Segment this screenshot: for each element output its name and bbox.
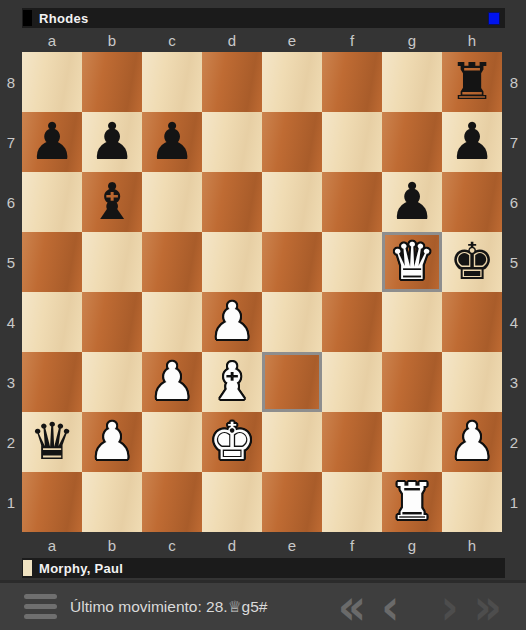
square-c8[interactable] — [142, 52, 202, 112]
square-e7[interactable] — [262, 112, 322, 172]
rank-label-3: 3 — [0, 352, 22, 412]
piece-black-king[interactable]: ♚ — [449, 232, 495, 292]
rank-label-2: 2 — [502, 412, 526, 472]
square-g5[interactable]: ♛ — [382, 232, 442, 292]
square-d1[interactable] — [202, 472, 262, 532]
piece-white-queen[interactable]: ♛ — [389, 232, 435, 292]
piece-black-rook[interactable]: ♜ — [449, 52, 495, 112]
square-e8[interactable] — [262, 52, 322, 112]
square-b6[interactable]: ♝ — [82, 172, 142, 232]
square-a6[interactable] — [22, 172, 82, 232]
square-g7[interactable] — [382, 112, 442, 172]
square-a1[interactable] — [22, 472, 82, 532]
square-c5[interactable] — [142, 232, 202, 292]
status-bar: Último movimiento: 28.♕g5# «‹›» — [0, 580, 526, 630]
file-label-h: h — [442, 532, 502, 558]
square-a7[interactable]: ♟ — [22, 112, 82, 172]
file-label-a: a — [22, 28, 82, 52]
square-f5[interactable] — [322, 232, 382, 292]
square-c3[interactable]: ♟ — [142, 352, 202, 412]
square-b8[interactable] — [82, 52, 142, 112]
piece-white-pawn[interactable]: ♟ — [209, 292, 255, 352]
square-c6[interactable] — [142, 172, 202, 232]
square-a4[interactable] — [22, 292, 82, 352]
rank-label-7: 7 — [502, 112, 526, 172]
piece-white-king[interactable]: ♚ — [209, 412, 255, 472]
rank-label-4: 4 — [0, 292, 22, 352]
square-g3[interactable] — [382, 352, 442, 412]
black-player-color-marker — [23, 10, 32, 26]
square-f6[interactable] — [322, 172, 382, 232]
rank-label-5: 5 — [0, 232, 22, 292]
square-e2[interactable] — [262, 412, 322, 472]
go-first-button[interactable]: « — [338, 580, 366, 630]
square-g2[interactable] — [382, 412, 442, 472]
square-g8[interactable] — [382, 52, 442, 112]
square-d8[interactable] — [202, 52, 262, 112]
piece-black-pawn[interactable]: ♟ — [389, 172, 435, 232]
square-f7[interactable] — [322, 112, 382, 172]
last-move-label: Último movimiento: 28.♕g5# — [70, 598, 267, 616]
white-player-color-marker — [23, 560, 32, 576]
square-f1[interactable] — [322, 472, 382, 532]
square-b3[interactable] — [82, 352, 142, 412]
square-h4[interactable] — [442, 292, 502, 352]
square-g6[interactable]: ♟ — [382, 172, 442, 232]
square-h6[interactable] — [442, 172, 502, 232]
square-c2[interactable] — [142, 412, 202, 472]
square-f4[interactable] — [322, 292, 382, 352]
piece-black-pawn[interactable]: ♟ — [89, 112, 135, 172]
square-f2[interactable] — [322, 412, 382, 472]
square-d5[interactable] — [202, 232, 262, 292]
go-last-button: » — [474, 580, 502, 630]
rank-label-3: 3 — [502, 352, 526, 412]
square-d2[interactable]: ♚ — [202, 412, 262, 472]
rank-label-4: 4 — [502, 292, 526, 352]
square-h8[interactable]: ♜ — [442, 52, 502, 112]
square-b2[interactable]: ♟ — [82, 412, 142, 472]
square-d3[interactable]: ♝ — [202, 352, 262, 412]
move-navigation: «‹›» — [338, 584, 502, 630]
square-b7[interactable]: ♟ — [82, 112, 142, 172]
square-a2[interactable]: ♛ — [22, 412, 82, 472]
square-h7[interactable]: ♟ — [442, 112, 502, 172]
file-label-h: h — [442, 28, 502, 52]
rank-label-6: 6 — [502, 172, 526, 232]
file-label-c: c — [142, 28, 202, 52]
rank-label-8: 8 — [502, 52, 526, 112]
menu-icon-bar — [24, 614, 57, 619]
piece-black-pawn[interactable]: ♟ — [449, 112, 495, 172]
rank-label-6: 6 — [0, 172, 22, 232]
square-h3[interactable] — [442, 352, 502, 412]
square-b5[interactable] — [82, 232, 142, 292]
file-label-c: c — [142, 532, 202, 558]
square-f8[interactable] — [322, 52, 382, 112]
piece-white-rook[interactable]: ♜ — [389, 472, 435, 532]
rank-labels-left: 87654321 — [0, 52, 22, 532]
chess-app-window: Rhodes abcdefgh 87654321 ♜♟♟♟♟♝♟♛♚♟♟♝♛♟♚… — [0, 0, 526, 630]
square-e5[interactable] — [262, 232, 322, 292]
black-player-name: Rhodes — [39, 11, 88, 26]
white-player-bar: Morphy, Paul — [22, 558, 505, 578]
square-e3[interactable] — [262, 352, 322, 412]
rank-label-7: 7 — [0, 112, 22, 172]
file-labels-bottom: abcdefgh — [22, 532, 502, 558]
black-player-bar: Rhodes — [22, 8, 505, 28]
square-h2[interactable]: ♟ — [442, 412, 502, 472]
square-e6[interactable] — [262, 172, 322, 232]
file-label-b: b — [82, 532, 142, 558]
file-label-e: e — [262, 532, 322, 558]
rank-label-2: 2 — [0, 412, 22, 472]
white-player-name: Morphy, Paul — [39, 561, 123, 576]
square-c1[interactable] — [142, 472, 202, 532]
file-label-f: f — [322, 532, 382, 558]
file-label-b: b — [82, 28, 142, 52]
file-label-g: g — [382, 532, 442, 558]
rank-labels-right: 87654321 — [502, 52, 526, 532]
square-c7[interactable]: ♟ — [142, 112, 202, 172]
square-h5[interactable]: ♚ — [442, 232, 502, 292]
menu-icon[interactable] — [24, 592, 57, 622]
square-d6[interactable] — [202, 172, 262, 232]
go-next-button: › — [440, 580, 458, 630]
piece-white-pawn[interactable]: ♟ — [89, 412, 135, 472]
square-b1[interactable] — [82, 472, 142, 532]
file-label-d: d — [202, 28, 262, 52]
file-labels-top: abcdefgh — [22, 28, 502, 52]
file-label-d: d — [202, 532, 262, 558]
piece-black-bishop[interactable]: ♝ — [89, 172, 135, 232]
square-e4[interactable] — [262, 292, 322, 352]
rank-label-1: 1 — [502, 472, 526, 532]
square-e1[interactable] — [262, 472, 322, 532]
file-label-a: a — [22, 532, 82, 558]
rank-label-8: 8 — [0, 52, 22, 112]
square-g4[interactable] — [382, 292, 442, 352]
piece-white-pawn[interactable]: ♟ — [149, 352, 195, 412]
square-d7[interactable] — [202, 112, 262, 172]
piece-black-pawn[interactable]: ♟ — [29, 112, 75, 172]
file-label-e: e — [262, 28, 322, 52]
square-c4[interactable] — [142, 292, 202, 352]
menu-icon-bar — [24, 604, 57, 609]
square-d4[interactable]: ♟ — [202, 292, 262, 352]
file-label-g: g — [382, 28, 442, 52]
blue-square-icon — [488, 12, 500, 25]
piece-black-pawn[interactable]: ♟ — [149, 112, 195, 172]
square-a8[interactable] — [22, 52, 82, 112]
rank-label-1: 1 — [0, 472, 22, 532]
go-previous-button[interactable]: ‹ — [381, 580, 399, 630]
square-a5[interactable] — [22, 232, 82, 292]
menu-icon-bar — [24, 594, 57, 599]
piece-black-queen[interactable]: ♛ — [29, 412, 75, 472]
square-a3[interactable] — [22, 352, 82, 412]
file-label-f: f — [322, 28, 382, 52]
square-b4[interactable] — [82, 292, 142, 352]
square-f3[interactable] — [322, 352, 382, 412]
chess-board: ♜♟♟♟♟♝♟♛♚♟♟♝♛♟♚♟♜ — [22, 52, 502, 532]
square-g1[interactable]: ♜ — [382, 472, 442, 532]
rank-label-5: 5 — [502, 232, 526, 292]
square-h1[interactable] — [442, 472, 502, 532]
piece-white-pawn[interactable]: ♟ — [449, 412, 495, 472]
piece-white-bishop[interactable]: ♝ — [209, 352, 255, 412]
